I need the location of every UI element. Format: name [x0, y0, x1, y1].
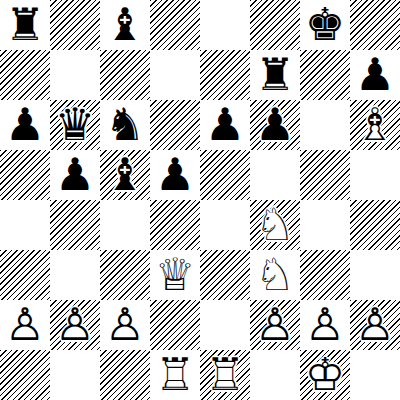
- white-pawn-halo: ♟: [50, 300, 100, 350]
- square-g1[interactable]: ♚♔: [300, 350, 350, 400]
- piece-black-rook: ♜: [250, 50, 300, 100]
- white-king-halo: ♚: [300, 350, 350, 400]
- white-rook-halo: ♜: [150, 350, 200, 400]
- piece-white-rook: ♖: [150, 350, 200, 400]
- square-b1[interactable]: [50, 350, 100, 400]
- square-d4[interactable]: [150, 200, 200, 250]
- square-c7[interactable]: [100, 50, 150, 100]
- square-f3[interactable]: ♞♘: [250, 250, 300, 300]
- square-c1[interactable]: [100, 350, 150, 400]
- white-rook-halo: ♜: [200, 350, 250, 400]
- black-bishop-halo: ♝: [100, 150, 150, 200]
- black-pawn-halo: ♟: [0, 100, 50, 150]
- piece-white-queen: ♕: [150, 250, 200, 300]
- piece-white-knight: ♘: [250, 200, 300, 250]
- square-e3[interactable]: [200, 250, 250, 300]
- piece-white-pawn: ♙: [50, 300, 100, 350]
- piece-black-pawn: ♟: [200, 100, 250, 150]
- square-b5[interactable]: ♟♟: [50, 150, 100, 200]
- square-e5[interactable]: [200, 150, 250, 200]
- piece-black-queen: ♛: [50, 100, 100, 150]
- square-h7[interactable]: ♟♟: [350, 50, 400, 100]
- square-c6[interactable]: ♞♞: [100, 100, 150, 150]
- white-pawn-halo: ♟: [250, 300, 300, 350]
- piece-white-pawn: ♙: [250, 300, 300, 350]
- black-queen-halo: ♛: [50, 100, 100, 150]
- square-h5[interactable]: [350, 150, 400, 200]
- white-pawn-halo: ♟: [0, 300, 50, 350]
- square-a6[interactable]: ♟♟: [0, 100, 50, 150]
- piece-white-bishop: ♗: [350, 100, 400, 150]
- square-b6[interactable]: ♛♛: [50, 100, 100, 150]
- square-a4[interactable]: [0, 200, 50, 250]
- piece-white-pawn: ♙: [300, 300, 350, 350]
- square-d6[interactable]: [150, 100, 200, 150]
- black-bishop-halo: ♝: [100, 0, 150, 50]
- black-king-halo: ♚: [300, 0, 350, 50]
- square-h3[interactable]: [350, 250, 400, 300]
- black-pawn-halo: ♟: [200, 100, 250, 150]
- piece-white-pawn: ♙: [0, 300, 50, 350]
- square-g6[interactable]: [300, 100, 350, 150]
- square-b2[interactable]: ♟♙: [50, 300, 100, 350]
- square-d8[interactable]: [150, 0, 200, 50]
- white-knight-halo: ♞: [250, 200, 300, 250]
- square-a2[interactable]: ♟♙: [0, 300, 50, 350]
- square-h6[interactable]: ♝♗: [350, 100, 400, 150]
- black-pawn-halo: ♟: [250, 100, 300, 150]
- square-a3[interactable]: [0, 250, 50, 300]
- piece-black-bishop: ♝: [100, 0, 150, 50]
- square-e2[interactable]: [200, 300, 250, 350]
- piece-black-king: ♚: [300, 0, 350, 50]
- white-pawn-halo: ♟: [300, 300, 350, 350]
- black-pawn-halo: ♟: [150, 150, 200, 200]
- piece-white-king: ♔: [300, 350, 350, 400]
- square-f2[interactable]: ♟♙: [250, 300, 300, 350]
- square-h1[interactable]: [350, 350, 400, 400]
- black-pawn-halo: ♟: [350, 50, 400, 100]
- square-d2[interactable]: [150, 300, 200, 350]
- square-c2[interactable]: ♟♙: [100, 300, 150, 350]
- white-pawn-halo: ♟: [350, 300, 400, 350]
- square-f6[interactable]: ♟♟: [250, 100, 300, 150]
- square-d3[interactable]: ♛♕: [150, 250, 200, 300]
- square-c4[interactable]: [100, 200, 150, 250]
- square-e1[interactable]: ♜♖: [200, 350, 250, 400]
- square-b3[interactable]: [50, 250, 100, 300]
- square-g5[interactable]: [300, 150, 350, 200]
- square-f1[interactable]: [250, 350, 300, 400]
- white-bishop-halo: ♝: [350, 100, 400, 150]
- square-f5[interactable]: [250, 150, 300, 200]
- square-g2[interactable]: ♟♙: [300, 300, 350, 350]
- piece-black-pawn: ♟: [350, 50, 400, 100]
- square-c8[interactable]: ♝♝: [100, 0, 150, 50]
- square-g3[interactable]: [300, 250, 350, 300]
- square-e4[interactable]: [200, 200, 250, 250]
- white-pawn-halo: ♟: [100, 300, 150, 350]
- piece-black-pawn: ♟: [250, 100, 300, 150]
- black-pawn-halo: ♟: [50, 150, 100, 200]
- square-c5[interactable]: ♝♝: [100, 150, 150, 200]
- square-g4[interactable]: [300, 200, 350, 250]
- square-f4[interactable]: ♞♘: [250, 200, 300, 250]
- square-e8[interactable]: [200, 0, 250, 50]
- square-d7[interactable]: [150, 50, 200, 100]
- piece-white-rook: ♖: [200, 350, 250, 400]
- piece-white-pawn: ♙: [350, 300, 400, 350]
- square-c3[interactable]: [100, 250, 150, 300]
- square-a1[interactable]: [0, 350, 50, 400]
- piece-black-rook: ♜: [0, 0, 50, 50]
- square-f8[interactable]: [250, 0, 300, 50]
- piece-black-pawn: ♟: [50, 150, 100, 200]
- square-h2[interactable]: ♟♙: [350, 300, 400, 350]
- square-b7[interactable]: [50, 50, 100, 100]
- square-d5[interactable]: ♟♟: [150, 150, 200, 200]
- piece-white-pawn: ♙: [100, 300, 150, 350]
- square-h4[interactable]: [350, 200, 400, 250]
- square-g7[interactable]: [300, 50, 350, 100]
- black-rook-halo: ♜: [0, 0, 50, 50]
- piece-black-bishop: ♝: [100, 150, 150, 200]
- white-knight-halo: ♞: [250, 250, 300, 300]
- piece-black-pawn: ♟: [0, 100, 50, 150]
- square-a7[interactable]: [0, 50, 50, 100]
- square-a8[interactable]: ♜♜: [0, 0, 50, 50]
- square-b8[interactable]: [50, 0, 100, 50]
- square-f7[interactable]: ♜♜: [250, 50, 300, 100]
- black-rook-halo: ♜: [250, 50, 300, 100]
- black-knight-halo: ♞: [100, 100, 150, 150]
- square-d1[interactable]: ♜♖: [150, 350, 200, 400]
- white-queen-halo: ♛: [150, 250, 200, 300]
- piece-white-knight: ♘: [250, 250, 300, 300]
- piece-black-pawn: ♟: [150, 150, 200, 200]
- square-a5[interactable]: [0, 150, 50, 200]
- chess-board: ♜♜♝♝♚♚♜♜♟♟♟♟♛♛♞♞♟♟♟♟♝♗♟♟♝♝♟♟♞♘♛♕♞♘♟♙♟♙♟♙…: [0, 0, 400, 400]
- piece-black-knight: ♞: [100, 100, 150, 150]
- square-g8[interactable]: ♚♚: [300, 0, 350, 50]
- square-e6[interactable]: ♟♟: [200, 100, 250, 150]
- square-h8[interactable]: [350, 0, 400, 50]
- square-e7[interactable]: [200, 50, 250, 100]
- square-b4[interactable]: [50, 200, 100, 250]
